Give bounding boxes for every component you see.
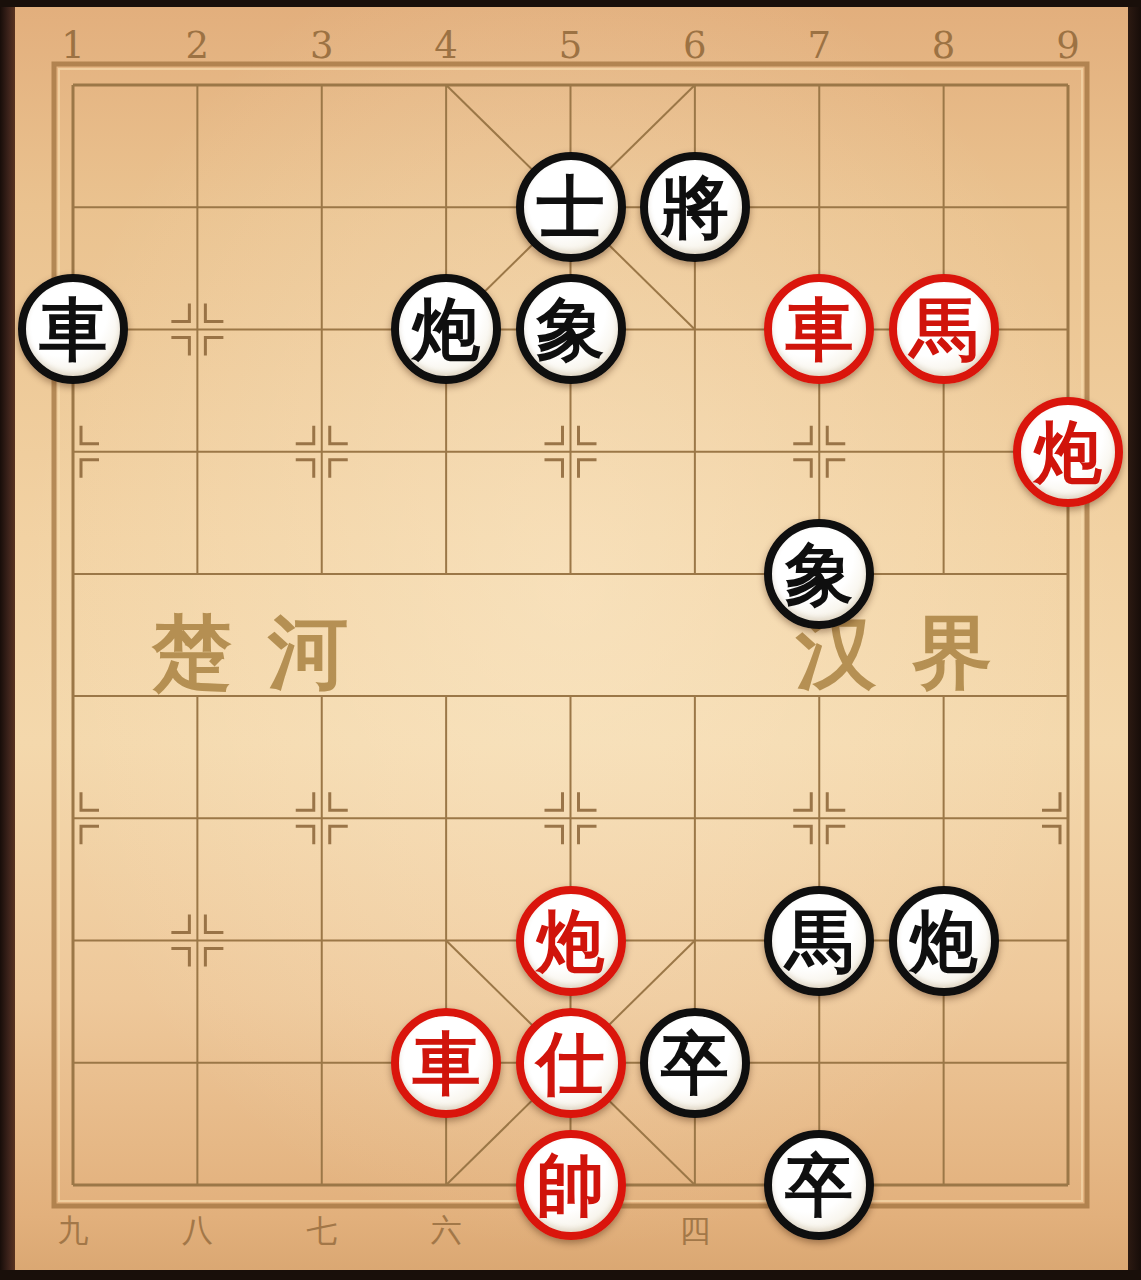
- file-label-bottom-6: 四: [679, 1210, 710, 1252]
- piece-black-cannon[interactable]: 炮: [391, 274, 501, 384]
- file-label-top-2: 2: [186, 24, 210, 67]
- piece-glyph: 馬: [785, 907, 853, 975]
- file-label-top-6: 6: [683, 24, 707, 67]
- piece-glyph: 炮: [1034, 418, 1102, 486]
- board-frame-edge: [1128, 0, 1141, 1280]
- piece-glyph: 馬: [910, 295, 978, 363]
- piece-black-elephant[interactable]: 象: [764, 519, 874, 629]
- piece-glyph: 卒: [785, 1151, 853, 1219]
- piece-glyph: 車: [39, 295, 107, 363]
- river-char: 界: [912, 605, 1028, 699]
- file-label-bottom-4: 六: [431, 1210, 462, 1252]
- board-frame-edge: [0, 1270, 1141, 1280]
- file-label-top-9: 9: [1056, 24, 1080, 67]
- piece-red-advisor[interactable]: 仕: [516, 1008, 626, 1118]
- piece-red-chariot[interactable]: 車: [764, 274, 874, 384]
- river-char: 楚: [152, 605, 268, 699]
- piece-red-chariot[interactable]: 車: [391, 1008, 501, 1118]
- piece-black-general[interactable]: 將: [640, 152, 750, 262]
- piece-black-soldier[interactable]: 卒: [764, 1130, 874, 1240]
- file-label-top-8: 8: [932, 24, 956, 67]
- piece-black-horse[interactable]: 馬: [764, 886, 874, 996]
- file-label-bottom-3: 七: [306, 1210, 337, 1252]
- piece-glyph: 士: [537, 173, 605, 241]
- file-label-top-7: 7: [807, 24, 831, 67]
- piece-glyph: 仕: [537, 1029, 605, 1097]
- file-label-bottom-2: 八: [182, 1210, 213, 1252]
- board-frame-edge: [0, 0, 15, 1280]
- piece-black-soldier[interactable]: 卒: [640, 1008, 750, 1118]
- river-label-chu-he: 楚河: [152, 600, 384, 708]
- piece-glyph: 車: [785, 295, 853, 363]
- piece-glyph: 帥: [537, 1151, 605, 1219]
- piece-glyph: 炮: [537, 907, 605, 975]
- piece-glyph: 車: [412, 1029, 480, 1097]
- file-label-top-4: 4: [434, 24, 458, 67]
- file-label-top-5: 5: [559, 24, 583, 67]
- piece-red-cannon[interactable]: 炮: [516, 886, 626, 996]
- piece-red-general[interactable]: 帥: [516, 1130, 626, 1240]
- piece-glyph: 炮: [412, 295, 480, 363]
- piece-red-cannon[interactable]: 炮: [1013, 397, 1123, 507]
- piece-black-cannon[interactable]: 炮: [889, 886, 999, 996]
- piece-black-advisor[interactable]: 士: [516, 152, 626, 262]
- board-frame-edge: [0, 0, 1141, 7]
- river-char: 河: [268, 605, 384, 699]
- piece-red-horse[interactable]: 馬: [889, 274, 999, 384]
- file-label-bottom-1: 九: [58, 1210, 89, 1252]
- xiangqi-board: 123456789 九八七六四 楚河 汉界 車炮象士將車馬炮象炮馬炮車仕卒帥卒: [0, 0, 1141, 1280]
- file-label-top-1: 1: [61, 24, 85, 67]
- file-label-top-3: 3: [310, 24, 334, 67]
- piece-glyph: 象: [537, 295, 605, 363]
- piece-glyph: 象: [785, 540, 853, 608]
- piece-glyph: 卒: [661, 1029, 729, 1097]
- piece-black-chariot[interactable]: 車: [18, 274, 128, 384]
- piece-glyph: 炮: [910, 907, 978, 975]
- piece-black-elephant[interactable]: 象: [516, 274, 626, 384]
- piece-glyph: 將: [661, 173, 729, 241]
